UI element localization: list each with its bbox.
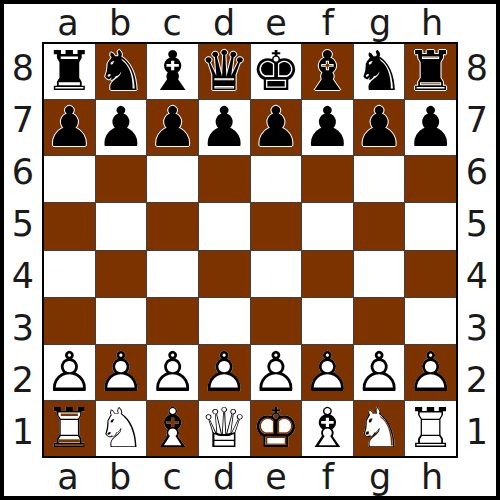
black-pawn-piece[interactable]: ♟ [303,100,352,155]
rank-label-right-3: 3 [458,302,496,354]
square-h6[interactable] [405,156,456,202]
white-knight-piece[interactable]: ♞♘ [96,401,145,456]
white-knight-piece[interactable]: ♞♘ [354,401,403,456]
square-d1[interactable]: ♛♕ [199,401,250,456]
rank-label-right-7: 7 [458,94,496,146]
square-g1[interactable]: ♞♘ [354,401,405,456]
file-labels-bottom: abcdefgh [4,458,496,496]
square-g2[interactable]: ♟♙ [354,345,405,400]
file-label-top-d: d [198,4,250,42]
square-c6[interactable] [147,156,198,202]
white-pawn-piece[interactable]: ♟♙ [406,345,455,400]
file-label-bottom-d: d [198,458,250,496]
black-bishop-piece[interactable]: ♝ [303,44,352,99]
black-rook-piece[interactable]: ♜ [45,44,94,99]
square-g7[interactable]: ♟ [354,100,405,155]
square-c8[interactable]: ♝ [147,44,198,99]
white-piece-outline: ♖ [45,401,94,456]
rank-label-right-6: 6 [458,146,496,198]
file-label-bottom-h: h [406,458,458,496]
white-king-piece[interactable]: ♚♔ [251,401,300,456]
white-piece-outline: ♕ [200,401,249,456]
rank-label-left-7: 7 [4,94,42,146]
file-label-top-h: h [406,4,458,42]
rank-label-left-2: 2 [4,354,42,406]
file-label-top-b: b [94,4,146,42]
rank-label-left-3: 3 [4,302,42,354]
file-label-top-c: c [146,4,198,42]
white-pawn-piece[interactable]: ♟♙ [303,345,352,400]
corner-top-left [4,4,42,42]
rank-label-left-4: 4 [4,250,42,302]
white-piece-outline: ♘ [354,401,403,456]
rank-label-right-5: 5 [458,198,496,250]
black-king-piece[interactable]: ♚ [251,44,300,99]
square-c4[interactable] [147,251,198,297]
black-pawn-piece[interactable]: ♟ [354,100,403,155]
square-f4[interactable] [302,251,353,297]
black-pawn-piece[interactable]: ♟ [251,100,300,155]
square-e4[interactable] [251,251,302,297]
square-g4[interactable] [354,251,405,297]
white-piece-outline: ♔ [251,401,300,456]
square-c1[interactable]: ♝♗ [147,401,198,456]
square-h4[interactable] [405,251,456,297]
white-bishop-piece[interactable]: ♝♗ [303,401,352,456]
square-a4[interactable] [44,251,95,297]
file-labels-top: abcdefgh [4,4,496,42]
rank-labels-right: 87654321 [458,42,496,458]
square-g3[interactable] [354,298,405,344]
square-d8[interactable]: ♛ [199,44,250,99]
square-b1[interactable]: ♞♘ [96,401,147,456]
square-g8[interactable]: ♞ [354,44,405,99]
square-a5[interactable] [44,203,95,249]
square-a8[interactable]: ♜ [44,44,95,99]
white-piece-outline: ♙ [45,345,94,400]
white-piece-outline: ♙ [96,345,145,400]
file-label-bottom-c: c [146,458,198,496]
white-piece-outline: ♗ [148,401,197,456]
white-piece-outline: ♙ [251,345,300,400]
white-pawn-piece[interactable]: ♟♙ [96,345,145,400]
white-piece-outline: ♙ [148,345,197,400]
white-queen-piece[interactable]: ♛♕ [200,401,249,456]
file-label-bottom-g: g [354,458,406,496]
square-c2[interactable]: ♟♙ [147,345,198,400]
square-e5[interactable] [251,203,302,249]
white-piece-outline: ♗ [303,401,352,456]
square-f1[interactable]: ♝♗ [302,401,353,456]
square-c3[interactable] [147,298,198,344]
black-pawn-piece[interactable]: ♟ [148,100,197,155]
board-row: 87654321 ♜♞♝♛♚♝♞♜♟♟♟♟♟♟♟♟♟♙♟♙♟♙♟♙♟♙♟♙♟♙♟… [4,42,496,458]
rank-label-right-8: 8 [458,42,496,94]
square-a1[interactable]: ♜♖ [44,401,95,456]
square-f2[interactable]: ♟♙ [302,345,353,400]
square-f7[interactable]: ♟ [302,100,353,155]
square-e2[interactable]: ♟♙ [251,345,302,400]
white-pawn-piece[interactable]: ♟♙ [200,345,249,400]
white-piece-outline: ♙ [406,345,455,400]
square-e6[interactable] [251,156,302,202]
rank-label-right-4: 4 [458,250,496,302]
white-rook-piece[interactable]: ♜♖ [406,401,455,456]
square-d6[interactable] [199,156,250,202]
square-b6[interactable] [96,156,147,202]
white-piece-outline: ♙ [303,345,352,400]
square-h8[interactable]: ♜ [405,44,456,99]
square-d3[interactable] [199,298,250,344]
square-a6[interactable] [44,156,95,202]
rank-label-left-8: 8 [4,42,42,94]
square-a7[interactable]: ♟ [44,100,95,155]
square-a2[interactable]: ♟♙ [44,345,95,400]
square-h1[interactable]: ♜♖ [405,401,456,456]
square-a3[interactable] [44,298,95,344]
white-piece-outline: ♙ [354,345,403,400]
square-b7[interactable]: ♟ [96,100,147,155]
rank-label-left-5: 5 [4,198,42,250]
file-label-bottom-f: f [302,458,354,496]
white-pawn-piece[interactable]: ♟♙ [354,345,403,400]
square-b5[interactable] [96,203,147,249]
black-pawn-piece[interactable]: ♟ [96,100,145,155]
rank-label-right-1: 1 [458,406,496,458]
black-queen-piece[interactable]: ♛ [200,44,249,99]
square-f5[interactable] [302,203,353,249]
chess-board: ♜♞♝♛♚♝♞♜♟♟♟♟♟♟♟♟♟♙♟♙♟♙♟♙♟♙♟♙♟♙♟♙♜♖♞♘♝♗♛♕… [42,42,458,458]
corner-top-right [458,4,496,42]
white-bishop-piece[interactable]: ♝♗ [148,401,197,456]
black-knight-piece[interactable]: ♞ [354,44,403,99]
square-h7[interactable]: ♟ [405,100,456,155]
black-knight-piece[interactable]: ♞ [96,44,145,99]
square-c7[interactable]: ♟ [147,100,198,155]
black-bishop-piece[interactable]: ♝ [148,44,197,99]
white-pawn-piece[interactable]: ♟♙ [251,345,300,400]
square-d7[interactable]: ♟ [199,100,250,155]
file-label-top-a: a [42,4,94,42]
corner-bottom-left [4,458,42,496]
square-d2[interactable]: ♟♙ [199,345,250,400]
square-b4[interactable] [96,251,147,297]
chess-diagram: abcdefgh 87654321 ♜♞♝♛♚♝♞♜♟♟♟♟♟♟♟♟♟♙♟♙♟♙… [0,0,500,500]
white-piece-outline: ♙ [200,345,249,400]
square-e8[interactable]: ♚ [251,44,302,99]
white-piece-outline: ♘ [96,401,145,456]
square-f8[interactable]: ♝ [302,44,353,99]
file-label-top-e: e [250,4,302,42]
white-pawn-piece[interactable]: ♟♙ [45,345,94,400]
rank-labels-left: 87654321 [4,42,42,458]
white-pawn-piece[interactable]: ♟♙ [148,345,197,400]
square-h5[interactable] [405,203,456,249]
square-b2[interactable]: ♟♙ [96,345,147,400]
black-pawn-piece[interactable]: ♟ [45,100,94,155]
rank-label-left-1: 1 [4,406,42,458]
file-label-bottom-a: a [42,458,94,496]
square-h3[interactable] [405,298,456,344]
rank-label-left-6: 6 [4,146,42,198]
square-c5[interactable] [147,203,198,249]
black-rook-piece[interactable]: ♜ [406,44,455,99]
square-e1[interactable]: ♚♔ [251,401,302,456]
square-g6[interactable] [354,156,405,202]
square-g5[interactable] [354,203,405,249]
black-pawn-piece[interactable]: ♟ [406,100,455,155]
square-b8[interactable]: ♞ [96,44,147,99]
file-label-top-f: f [302,4,354,42]
square-f3[interactable] [302,298,353,344]
corner-bottom-right [458,458,496,496]
square-b3[interactable] [96,298,147,344]
square-d5[interactable] [199,203,250,249]
file-label-bottom-e: e [250,458,302,496]
square-f6[interactable] [302,156,353,202]
file-label-top-g: g [354,4,406,42]
square-h2[interactable]: ♟♙ [405,345,456,400]
white-rook-piece[interactable]: ♜♖ [45,401,94,456]
file-label-bottom-b: b [94,458,146,496]
white-piece-outline: ♖ [406,401,455,456]
square-e7[interactable]: ♟ [251,100,302,155]
square-e3[interactable] [251,298,302,344]
square-d4[interactable] [199,251,250,297]
rank-label-right-2: 2 [458,354,496,406]
black-pawn-piece[interactable]: ♟ [200,100,249,155]
